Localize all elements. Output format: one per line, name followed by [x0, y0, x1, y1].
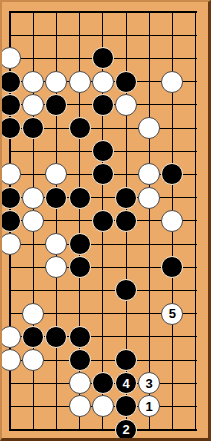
black-stone	[22, 326, 44, 348]
white-stone-move-5: 5	[161, 303, 183, 325]
black-stone	[161, 163, 183, 185]
black-stone-move-4: 4	[115, 372, 137, 394]
black-stone	[45, 326, 67, 348]
black-stone	[69, 233, 91, 255]
black-stone	[45, 94, 67, 116]
white-stone	[22, 303, 44, 325]
white-stone	[161, 71, 183, 93]
black-stone	[0, 117, 21, 139]
white-stone	[0, 47, 21, 69]
black-stone	[92, 163, 114, 185]
white-stone	[45, 256, 67, 278]
white-stone	[138, 187, 160, 209]
grid-line-vertical	[195, 11, 196, 431]
black-stone	[115, 210, 137, 232]
white-stone	[0, 326, 21, 348]
white-stone-move-1: 1	[138, 395, 160, 417]
black-stone	[92, 140, 114, 162]
white-stone	[22, 187, 44, 209]
black-stone	[92, 210, 114, 232]
white-stone	[0, 163, 21, 185]
black-stone	[0, 187, 21, 209]
white-stone	[138, 163, 160, 185]
white-stone	[45, 163, 67, 185]
white-stone	[69, 71, 91, 93]
black-stone	[92, 94, 114, 116]
black-stone	[69, 187, 91, 209]
white-stone	[69, 395, 91, 417]
white-stone-move-3: 3	[138, 372, 160, 394]
black-stone	[45, 187, 67, 209]
move-number: 3	[146, 376, 153, 389]
grid-line-vertical	[149, 11, 150, 431]
white-stone	[0, 233, 21, 255]
black-stone	[92, 372, 114, 394]
white-stone	[45, 233, 67, 255]
black-stone	[115, 349, 137, 371]
white-stone	[22, 94, 44, 116]
black-stone	[115, 187, 137, 209]
black-stone	[69, 117, 91, 139]
white-stone	[161, 210, 183, 232]
white-stone	[115, 94, 137, 116]
black-stone	[115, 395, 137, 417]
white-stone	[92, 395, 114, 417]
white-stone	[92, 71, 114, 93]
black-stone	[161, 256, 183, 278]
black-stone-move-2: 2	[115, 419, 137, 441]
black-stone	[0, 71, 21, 93]
move-number: 5	[169, 307, 176, 320]
white-stone	[69, 372, 91, 394]
black-stone	[92, 47, 114, 69]
move-number: 2	[122, 423, 129, 436]
black-stone	[69, 256, 91, 278]
black-stone	[69, 349, 91, 371]
black-stone	[0, 210, 21, 232]
move-number: 1	[146, 399, 153, 412]
white-stone	[22, 71, 44, 93]
white-stone	[0, 349, 21, 371]
go-diagram: 54312	[0, 0, 211, 441]
black-stone	[115, 71, 137, 93]
black-stone	[22, 117, 44, 139]
black-stone	[115, 279, 137, 301]
move-number: 4	[122, 376, 129, 389]
black-stone	[0, 94, 21, 116]
white-stone	[45, 71, 67, 93]
black-stone	[69, 326, 91, 348]
white-stone	[138, 117, 160, 139]
white-stone	[22, 349, 44, 371]
white-stone	[22, 210, 44, 232]
